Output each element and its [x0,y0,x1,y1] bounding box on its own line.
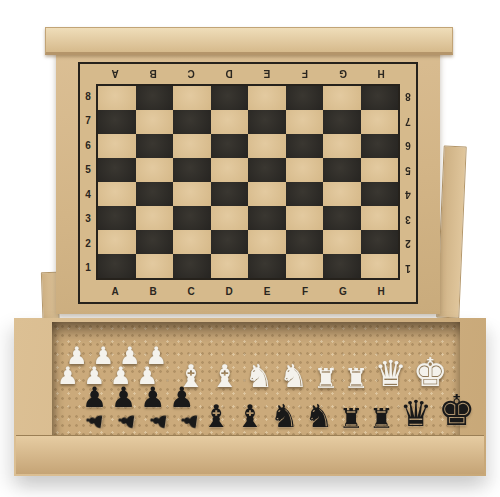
coord-label-a: A [96,280,134,302]
coord-label-d: D [210,280,248,302]
square-f4 [286,182,324,206]
square-h5 [361,158,399,182]
square-e7 [248,110,286,134]
square-f7 [286,110,324,134]
square-a4 [98,182,136,206]
black-knight-piece: ♞ [305,400,334,432]
black-knight-piece: ♞ [270,400,299,432]
coord-label-f: F [286,280,324,302]
black-pawn-piece: ♟ [111,384,136,412]
square-g1 [323,254,361,278]
coord-label-1: 1 [80,256,96,281]
square-e3 [248,206,286,230]
coord-label-c: C [172,64,210,84]
coord-label-g: G [324,64,362,84]
coord-label-e: E [248,280,286,302]
black-pawn-piece: ♟ [147,410,169,431]
file-labels-bottom: ABCDEFGH [96,280,400,302]
square-d3 [211,206,249,230]
square-d5 [211,158,249,182]
drawer-interior: ♟♟♟♟ ♟♟♟♟ ♝♝♞♞♜♜♛♚ ♟♟♟♟ ♟♟♟♟ ♝♝♞♞♜♜♛♚ [52,322,460,436]
coord-label-4: 4 [80,182,96,207]
black-pawns: ♟♟♟♟ ♟♟♟♟ [82,384,196,432]
square-e4 [248,182,286,206]
black-pawns-standing: ♟♟♟♟ [82,384,194,412]
square-f6 [286,134,324,158]
piece-drawer: ♟♟♟♟ ♟♟♟♟ ♝♝♞♞♜♜♛♚ ♟♟♟♟ ♟♟♟♟ ♝♝♞♞♜♜♛♚ [14,318,486,476]
square-d4 [211,182,249,206]
square-c7 [173,110,211,134]
coord-label-h: H [362,64,400,84]
square-h7 [361,110,399,134]
board-grid [96,84,400,280]
square-d6 [211,134,249,158]
square-g6 [323,134,361,158]
white-pawn-piece: ♟ [57,364,79,388]
coord-label-e: E [248,64,286,84]
coord-label-g: G [324,280,362,302]
coord-label-7: 7 [80,109,96,134]
black-queen-piece: ♛ [400,396,432,432]
board-lid: ABCDEFGH 87654321 87654321 ABCDEFGH [56,30,440,314]
black-rook-piece: ♜ [339,405,363,432]
square-g5 [323,158,361,182]
square-h4 [361,182,399,206]
square-h3 [361,206,399,230]
coord-label-5: 5 [80,158,96,183]
square-d8 [211,86,249,110]
square-f5 [286,158,324,182]
square-d1 [211,254,249,278]
square-b4 [136,182,174,206]
square-c4 [173,182,211,206]
coord-label-a: A [96,64,134,84]
coord-label-3: 3 [80,207,96,232]
coord-label-f: F [286,64,324,84]
square-b8 [136,86,174,110]
square-a8 [98,86,136,110]
square-c6 [173,134,211,158]
square-e2 [248,230,286,254]
square-a6 [98,134,136,158]
black-bishop-piece: ♝ [202,401,230,432]
square-b7 [136,110,174,134]
black-pawn-piece: ♟ [179,410,201,431]
file-labels-top: ABCDEFGH [96,64,400,84]
coord-label-b: B [134,64,172,84]
square-h8 [361,86,399,110]
square-g3 [323,206,361,230]
square-g8 [323,86,361,110]
square-h6 [361,134,399,158]
square-f8 [286,86,324,110]
coord-label-8: 8 [80,84,96,109]
square-c2 [173,230,211,254]
black-bishop-piece: ♝ [236,401,264,432]
square-a5 [98,158,136,182]
square-b2 [136,230,174,254]
drawer-front-face [16,435,484,474]
square-b6 [136,134,174,158]
square-c3 [173,206,211,230]
coord-label-3: 3 [400,207,416,232]
coord-label-b: B [134,280,172,302]
coord-label-7: 7 [400,109,416,134]
coord-label-h: H [362,280,400,302]
coord-label-4: 4 [400,182,416,207]
black-pieces-row: ♟♟♟♟ ♟♟♟♟ ♝♝♞♞♜♜♛♚ [82,384,476,432]
square-f2 [286,230,324,254]
slide-rail-right [436,146,466,319]
square-g4 [323,182,361,206]
chess-box-photo: ABCDEFGH 87654321 87654321 ABCDEFGH ♟♟♟♟… [0,0,500,497]
square-b5 [136,158,174,182]
square-a3 [98,206,136,230]
square-c5 [173,158,211,182]
black-pawn-piece: ♟ [115,410,137,431]
black-pawn-piece: ♟ [82,384,107,412]
coord-label-6: 6 [400,133,416,158]
square-e1 [248,254,286,278]
rank-labels-right: 87654321 [400,84,416,280]
black-pawn-piece: ♟ [83,410,105,431]
black-majors: ♝♝♞♞♜♜♛♚ [202,390,475,432]
square-b3 [136,206,174,230]
square-g2 [323,230,361,254]
lid-top-edge [45,27,453,55]
square-f3 [286,206,324,230]
coord-label-d: D [210,64,248,84]
rank-labels-left: 87654321 [80,84,96,280]
coord-label-1: 1 [400,256,416,281]
black-pawn-piece: ♟ [140,384,165,412]
coord-label-c: C [172,280,210,302]
coord-label-2: 2 [400,231,416,256]
coord-label-5: 5 [400,158,416,183]
square-h1 [361,254,399,278]
black-rook-piece: ♜ [370,405,394,432]
chess-board: ABCDEFGH 87654321 87654321 ABCDEFGH [78,62,418,304]
square-e6 [248,134,286,158]
square-g7 [323,110,361,134]
black-pawns-lying: ♟♟♟♟ [85,411,199,431]
black-pawn-piece: ♟ [169,384,194,412]
square-a1 [98,254,136,278]
square-e8 [248,86,286,110]
square-b1 [136,254,174,278]
coord-label-2: 2 [80,231,96,256]
square-a2 [98,230,136,254]
square-f1 [286,254,324,278]
square-c1 [173,254,211,278]
square-c8 [173,86,211,110]
square-d2 [211,230,249,254]
square-e5 [248,158,286,182]
square-a7 [98,110,136,134]
black-king-piece: ♚ [438,390,476,432]
square-d7 [211,110,249,134]
coord-label-6: 6 [80,133,96,158]
coord-label-8: 8 [400,84,416,109]
square-h2 [361,230,399,254]
